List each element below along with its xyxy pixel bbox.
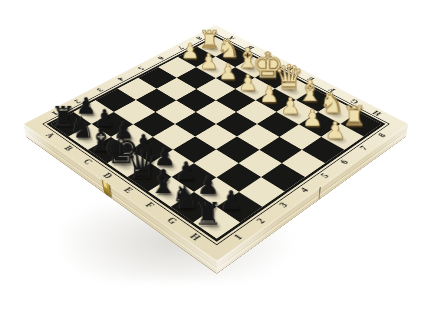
chess-board: ABCDEFGH ABCDEFGH 87654321 87654321 ♜♞♝♚… [24,25,409,261]
white-pawn-d7: ♟ [239,72,259,94]
board-wooden-surface: ABCDEFGH ABCDEFGH 87654321 87654321 ♜♞♝♚… [24,25,409,261]
white-pawn-e7: ♟ [259,83,279,105]
photo-scene: ABCDEFGH ABCDEFGH 87654321 87654321 ♜♞♝♚… [0,0,423,318]
white-pawn-a7: ♟ [181,41,200,62]
square-h8: ♜ [340,112,381,137]
white-pawn-h7: ♟ [325,119,346,143]
board-grid: ♜♞♝♚♛♝♞♜♟♟♟♟♟♟♟♟♟♟♟♟♟♟♟♟♜♞♝♚♛♝♞♜ [51,37,382,238]
white-pawn-g7: ♟ [302,107,323,130]
black-pawn-h2: ♟ [220,188,243,214]
black-pawn-g2: ♟ [197,173,220,198]
black-rook-h1: ♜ [195,199,223,230]
white-pawn-b7: ♟ [199,51,218,72]
fold-seam [318,186,321,199]
white-pawn-c7: ♟ [219,61,238,83]
white-pawn-f7: ♟ [280,95,300,118]
